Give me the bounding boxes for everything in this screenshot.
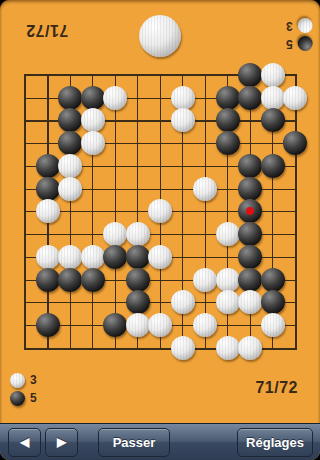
white-stone <box>171 290 195 314</box>
board-cell[interactable] <box>239 337 262 360</box>
white-stone <box>148 199 172 223</box>
board-cell[interactable] <box>36 200 59 223</box>
white-stone <box>58 154 82 178</box>
board-cell[interactable] <box>126 177 149 200</box>
captured-black-count: 5 <box>30 391 37 405</box>
board-cell[interactable] <box>81 291 104 314</box>
board-cell[interactable] <box>81 132 104 155</box>
board-cell[interactable] <box>59 109 82 132</box>
black-stone <box>58 86 82 110</box>
captured-black-count: 5 <box>286 37 293 51</box>
white-stone <box>58 245 82 269</box>
board-cell[interactable] <box>36 223 59 246</box>
board-cell[interactable] <box>284 155 307 178</box>
board-cell[interactable] <box>216 223 239 246</box>
black-stone <box>58 131 82 155</box>
pass-button[interactable]: Passer <box>98 428 170 457</box>
previous-move-button[interactable]: ◀ <box>8 428 41 457</box>
board-cell[interactable] <box>284 223 307 246</box>
board-cell[interactable] <box>194 268 217 291</box>
board-cell[interactable] <box>261 314 284 337</box>
board-cell[interactable] <box>126 109 149 132</box>
black-stone <box>81 268 105 292</box>
white-stone <box>216 290 240 314</box>
white-stone <box>261 86 285 110</box>
board-cell[interactable] <box>149 64 172 87</box>
board-cell[interactable] <box>36 268 59 291</box>
board-cell[interactable] <box>14 291 37 314</box>
board-cell[interactable] <box>81 268 104 291</box>
back-arrow-icon: ◀ <box>20 435 29 449</box>
board-cell[interactable] <box>14 337 37 360</box>
board-cell[interactable] <box>194 314 217 337</box>
next-move-button[interactable]: ▶ <box>45 428 78 457</box>
black-stone <box>36 268 60 292</box>
board-cell[interactable] <box>239 200 262 223</box>
board-cell[interactable] <box>59 200 82 223</box>
board-cell[interactable] <box>194 86 217 109</box>
board-cell[interactable] <box>171 177 194 200</box>
board-cell[interactable] <box>261 200 284 223</box>
board-cell[interactable] <box>216 86 239 109</box>
board-cell[interactable] <box>14 64 37 87</box>
board-cell[interactable] <box>171 155 194 178</box>
board-cell[interactable] <box>194 337 217 360</box>
board-cell[interactable] <box>239 291 262 314</box>
board-cell[interactable] <box>81 314 104 337</box>
white-stone <box>81 245 105 269</box>
board-cell[interactable] <box>216 291 239 314</box>
board-cell[interactable] <box>14 268 37 291</box>
board-cell[interactable] <box>194 132 217 155</box>
board-cell[interactable] <box>81 337 104 360</box>
board-cell[interactable] <box>126 223 149 246</box>
black-stone <box>261 268 285 292</box>
board-cell[interactable] <box>261 177 284 200</box>
black-stone <box>238 199 262 223</box>
board-cell[interactable] <box>81 109 104 132</box>
black-stone <box>36 313 60 337</box>
app-screen: 71/72 5 3 3 5 71/72 ◀ ▶ Passer <box>0 0 320 460</box>
opponent-move-counter: 71/72 <box>16 21 78 39</box>
white-stone <box>261 63 285 87</box>
settings-button[interactable]: Réglages <box>237 428 313 457</box>
black-stone-icon <box>10 391 25 406</box>
white-stone <box>126 313 150 337</box>
black-stone <box>238 222 262 246</box>
black-stone <box>238 177 262 201</box>
black-stone <box>283 131 307 155</box>
board-cell[interactable] <box>261 86 284 109</box>
board-cell[interactable] <box>239 155 262 178</box>
board-cell[interactable] <box>149 314 172 337</box>
board-cell[interactable] <box>104 132 127 155</box>
board-cell[interactable] <box>104 337 127 360</box>
board-cell[interactable] <box>284 268 307 291</box>
board-cell[interactable] <box>36 177 59 200</box>
board-cell[interactable] <box>194 177 217 200</box>
black-stone <box>58 108 82 132</box>
board-cell[interactable] <box>59 64 82 87</box>
player-capture-tray: 3 5 <box>10 372 37 406</box>
board-cell[interactable] <box>171 268 194 291</box>
board-cell[interactable] <box>194 200 217 223</box>
board-cell[interactable] <box>239 86 262 109</box>
black-stone <box>103 313 127 337</box>
board-cell[interactable] <box>284 132 307 155</box>
forward-arrow-icon: ▶ <box>57 435 66 449</box>
white-stone <box>81 108 105 132</box>
board-cell[interactable] <box>261 155 284 178</box>
white-stone-icon <box>298 19 313 34</box>
board-cell[interactable] <box>104 64 127 87</box>
board-cell[interactable] <box>284 109 307 132</box>
black-stone <box>81 86 105 110</box>
board-cell[interactable] <box>149 200 172 223</box>
board-cell[interactable] <box>284 246 307 269</box>
black-stone <box>216 86 240 110</box>
opponent-capture-tray: 5 3 <box>286 18 313 52</box>
board-cell[interactable] <box>194 109 217 132</box>
board-cell[interactable] <box>81 200 104 223</box>
white-stone <box>193 177 217 201</box>
board-cell[interactable] <box>14 246 37 269</box>
black-stone <box>238 86 262 110</box>
white-stone <box>238 336 262 360</box>
board-cell[interactable] <box>14 132 37 155</box>
board-cell[interactable] <box>261 64 284 87</box>
white-stone <box>103 86 127 110</box>
board-cell[interactable] <box>149 223 172 246</box>
white-stone <box>148 245 172 269</box>
white-stone <box>81 131 105 155</box>
board-cell[interactable] <box>149 155 172 178</box>
captured-white-count: 3 <box>286 19 293 33</box>
board-cell[interactable] <box>171 314 194 337</box>
board-cell[interactable] <box>14 200 37 223</box>
board-cell[interactable] <box>261 268 284 291</box>
board-cell[interactable] <box>126 132 149 155</box>
board-cell[interactable] <box>126 337 149 360</box>
black-stone <box>238 268 262 292</box>
board-cell[interactable] <box>81 86 104 109</box>
board-cell[interactable] <box>14 314 37 337</box>
board-cell[interactable] <box>104 291 127 314</box>
board-cell[interactable] <box>284 64 307 87</box>
black-stone <box>238 154 262 178</box>
board-cell[interactable] <box>284 200 307 223</box>
board-cell[interactable] <box>81 155 104 178</box>
board-cell[interactable] <box>81 246 104 269</box>
board-cell[interactable] <box>239 132 262 155</box>
board-cell[interactable] <box>171 86 194 109</box>
board-cell[interactable] <box>149 291 172 314</box>
black-stone <box>103 245 127 269</box>
board-cell[interactable] <box>239 177 262 200</box>
player-captured-white-row: 3 <box>10 372 37 388</box>
board-cell[interactable] <box>81 223 104 246</box>
board-cell[interactable] <box>149 132 172 155</box>
opponent-captured-black-row: 5 <box>286 36 313 52</box>
board-cell[interactable] <box>149 109 172 132</box>
board-cell[interactable] <box>36 291 59 314</box>
black-stone <box>238 245 262 269</box>
white-stone <box>171 336 195 360</box>
board-cell[interactable] <box>284 314 307 337</box>
board-cell[interactable] <box>36 314 59 337</box>
board-cell[interactable] <box>194 155 217 178</box>
black-stone <box>261 290 285 314</box>
black-stone <box>126 268 150 292</box>
white-stone <box>193 268 217 292</box>
white-stone <box>171 108 195 132</box>
captured-white-count: 3 <box>30 373 37 387</box>
bottom-toolbar: ◀ ▶ Passer Réglages <box>0 423 320 460</box>
board-cell[interactable] <box>14 177 37 200</box>
black-stone <box>261 154 285 178</box>
board-cell[interactable] <box>194 223 217 246</box>
board-cell[interactable] <box>104 314 127 337</box>
white-stone-icon <box>10 373 25 388</box>
board-cell[interactable] <box>104 246 127 269</box>
board-cell[interactable] <box>104 155 127 178</box>
board-cell[interactable] <box>126 64 149 87</box>
board-cell[interactable] <box>171 291 194 314</box>
board-cell[interactable] <box>261 132 284 155</box>
board-cell[interactable] <box>171 200 194 223</box>
black-stone <box>36 154 60 178</box>
white-stone <box>193 313 217 337</box>
board-cell[interactable] <box>194 64 217 87</box>
board-cell[interactable] <box>36 132 59 155</box>
board-cell[interactable] <box>216 109 239 132</box>
white-stone <box>261 313 285 337</box>
board-cell[interactable] <box>149 268 172 291</box>
board-cell[interactable] <box>239 109 262 132</box>
white-stone <box>283 86 307 110</box>
board-cell[interactable] <box>81 177 104 200</box>
board-cell[interactable] <box>194 246 217 269</box>
board-cell[interactable] <box>36 64 59 87</box>
black-stone <box>238 63 262 87</box>
board-cell[interactable] <box>216 246 239 269</box>
white-stone <box>126 222 150 246</box>
board-cell[interactable] <box>149 246 172 269</box>
board-cell[interactable] <box>126 155 149 178</box>
board-cell[interactable] <box>14 86 37 109</box>
player-captured-black-row: 5 <box>10 390 37 406</box>
white-stone <box>36 245 60 269</box>
white-stone <box>216 268 240 292</box>
board-cell[interactable] <box>126 246 149 269</box>
move-counter: 71/72 <box>228 379 298 397</box>
board-cell[interactable] <box>171 132 194 155</box>
board-cell[interactable] <box>284 291 307 314</box>
black-stone-icon <box>298 37 313 52</box>
board-cell[interactable] <box>216 337 239 360</box>
white-stone <box>238 290 262 314</box>
board-cell[interactable] <box>216 268 239 291</box>
board-cell[interactable] <box>14 109 37 132</box>
board-cell[interactable] <box>59 314 82 337</box>
board-cell[interactable] <box>261 246 284 269</box>
black-stone <box>261 108 285 132</box>
board-cell[interactable] <box>59 223 82 246</box>
board-cell[interactable] <box>126 314 149 337</box>
board-cell[interactable] <box>59 291 82 314</box>
board-cell[interactable] <box>171 337 194 360</box>
board-cell[interactable] <box>104 86 127 109</box>
board-cell[interactable] <box>239 223 262 246</box>
white-stone <box>36 199 60 223</box>
black-stone <box>58 268 82 292</box>
white-stone <box>58 177 82 201</box>
board-cell[interactable] <box>14 223 37 246</box>
board-cell[interactable] <box>149 86 172 109</box>
black-stone <box>36 177 60 201</box>
board-cell[interactable] <box>261 109 284 132</box>
black-stone <box>216 131 240 155</box>
white-stone <box>148 313 172 337</box>
board-cell[interactable] <box>126 86 149 109</box>
board-cell[interactable] <box>239 314 262 337</box>
turn-indicator-white-stone <box>139 15 181 57</box>
board-cell[interactable] <box>171 223 194 246</box>
board-cell[interactable] <box>171 109 194 132</box>
opponent-captured-white-row: 3 <box>286 18 313 34</box>
board-cell[interactable] <box>171 246 194 269</box>
board-cell[interactable] <box>284 86 307 109</box>
board-cell[interactable] <box>216 200 239 223</box>
board-cell[interactable] <box>59 337 82 360</box>
board-cell[interactable] <box>284 177 307 200</box>
white-stone <box>216 222 240 246</box>
board-cell[interactable] <box>239 246 262 269</box>
board-cell[interactable] <box>59 155 82 178</box>
board-cell[interactable] <box>59 177 82 200</box>
board-cell[interactable] <box>14 155 37 178</box>
white-stone <box>216 336 240 360</box>
board-cell[interactable] <box>171 64 194 87</box>
board-cell[interactable] <box>36 246 59 269</box>
board-cell[interactable] <box>126 268 149 291</box>
white-stone <box>103 222 127 246</box>
board-cell[interactable] <box>126 291 149 314</box>
board-cell[interactable] <box>216 155 239 178</box>
board-cell[interactable] <box>36 86 59 109</box>
board-cell[interactable] <box>261 223 284 246</box>
black-stone <box>126 245 150 269</box>
board-cell[interactable] <box>261 291 284 314</box>
board-cell[interactable] <box>104 109 127 132</box>
board-cell[interactable] <box>81 64 104 87</box>
board-cell[interactable] <box>149 177 172 200</box>
board-cell[interactable] <box>216 64 239 87</box>
board-cell[interactable] <box>261 337 284 360</box>
board-cell[interactable] <box>59 132 82 155</box>
board-cell[interactable] <box>36 109 59 132</box>
board-cell[interactable] <box>36 155 59 178</box>
board-cell[interactable] <box>216 314 239 337</box>
board-cell[interactable] <box>239 64 262 87</box>
board-cell[interactable] <box>216 132 239 155</box>
board-cell[interactable] <box>104 268 127 291</box>
board-cell[interactable] <box>59 86 82 109</box>
black-stone <box>126 290 150 314</box>
last-move-marker <box>246 207 254 215</box>
board-cell[interactable] <box>59 246 82 269</box>
go-board[interactable] <box>14 64 307 360</box>
board-cell[interactable] <box>104 177 127 200</box>
board-cell[interactable] <box>216 177 239 200</box>
black-stone <box>216 108 240 132</box>
board-cell[interactable] <box>284 337 307 360</box>
board-cell[interactable] <box>126 200 149 223</box>
board-cell[interactable] <box>149 337 172 360</box>
board-cell[interactable] <box>36 337 59 360</box>
board-cell[interactable] <box>59 268 82 291</box>
board-cell[interactable] <box>239 268 262 291</box>
board-cell[interactable] <box>104 223 127 246</box>
board-cell[interactable] <box>104 200 127 223</box>
board-cell[interactable] <box>194 291 217 314</box>
white-stone <box>171 86 195 110</box>
